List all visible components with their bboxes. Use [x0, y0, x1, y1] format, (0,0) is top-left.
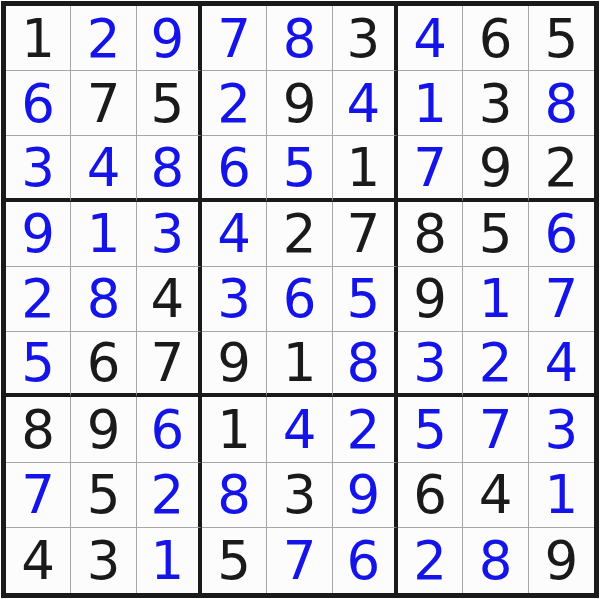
- cell-r3c2[interactable]: 4: [71, 136, 136, 201]
- cell-r9c7[interactable]: 2: [398, 528, 463, 593]
- cell-r9c2[interactable]: 3: [71, 528, 136, 593]
- cell-r1c5[interactable]: 8: [267, 6, 332, 71]
- cell-r5c8[interactable]: 1: [463, 267, 528, 332]
- cell-r3c5[interactable]: 5: [267, 136, 332, 201]
- cell-r5c4[interactable]: 3: [202, 267, 267, 332]
- cell-r5c2[interactable]: 8: [71, 267, 136, 332]
- cell-r4c4[interactable]: 4: [202, 202, 267, 267]
- cell-r2c1[interactable]: 6: [6, 71, 71, 136]
- cell-r6c6[interactable]: 8: [333, 332, 398, 397]
- cell-r9c9[interactable]: 9: [529, 528, 594, 593]
- cell-r7c7[interactable]: 5: [398, 397, 463, 462]
- cell-r5c1[interactable]: 2: [6, 267, 71, 332]
- cell-r2c4[interactable]: 2: [202, 71, 267, 136]
- cell-r2c6[interactable]: 4: [333, 71, 398, 136]
- cell-r4c2[interactable]: 1: [71, 202, 136, 267]
- cell-r3c8[interactable]: 9: [463, 136, 528, 201]
- cell-r2c3[interactable]: 5: [137, 71, 202, 136]
- cell-r7c9[interactable]: 3: [529, 397, 594, 462]
- cell-r4c8[interactable]: 5: [463, 202, 528, 267]
- cell-r7c8[interactable]: 7: [463, 397, 528, 462]
- cell-r8c8[interactable]: 4: [463, 463, 528, 528]
- cell-r4c5[interactable]: 2: [267, 202, 332, 267]
- cell-r3c4[interactable]: 6: [202, 136, 267, 201]
- cell-r6c9[interactable]: 4: [529, 332, 594, 397]
- sudoku-board: 1297834656752941383486517929134278562843…: [1, 1, 599, 598]
- cell-r9c4[interactable]: 5: [202, 528, 267, 593]
- cell-r1c3[interactable]: 9: [137, 6, 202, 71]
- cell-r8c4[interactable]: 8: [202, 463, 267, 528]
- cell-r3c3[interactable]: 8: [137, 136, 202, 201]
- cell-r8c9[interactable]: 1: [529, 463, 594, 528]
- cell-r7c2[interactable]: 9: [71, 397, 136, 462]
- cell-r2c8[interactable]: 3: [463, 71, 528, 136]
- cell-r3c9[interactable]: 2: [529, 136, 594, 201]
- cell-r6c8[interactable]: 2: [463, 332, 528, 397]
- cell-r1c6[interactable]: 3: [333, 6, 398, 71]
- cell-r5c7[interactable]: 9: [398, 267, 463, 332]
- cell-r6c2[interactable]: 6: [71, 332, 136, 397]
- cell-r6c5[interactable]: 1: [267, 332, 332, 397]
- cell-r9c5[interactable]: 7: [267, 528, 332, 593]
- cell-r6c3[interactable]: 7: [137, 332, 202, 397]
- cell-r5c5[interactable]: 6: [267, 267, 332, 332]
- cell-r4c3[interactable]: 3: [137, 202, 202, 267]
- cell-r6c4[interactable]: 9: [202, 332, 267, 397]
- cell-r7c4[interactable]: 1: [202, 397, 267, 462]
- cell-r3c6[interactable]: 1: [333, 136, 398, 201]
- cell-r1c4[interactable]: 7: [202, 6, 267, 71]
- cell-r4c9[interactable]: 6: [529, 202, 594, 267]
- cell-r2c2[interactable]: 7: [71, 71, 136, 136]
- cell-r1c9[interactable]: 5: [529, 6, 594, 71]
- cell-r5c6[interactable]: 5: [333, 267, 398, 332]
- cell-r8c6[interactable]: 9: [333, 463, 398, 528]
- cell-r8c2[interactable]: 5: [71, 463, 136, 528]
- cell-r6c1[interactable]: 5: [6, 332, 71, 397]
- cell-r4c7[interactable]: 8: [398, 202, 463, 267]
- cell-r6c7[interactable]: 3: [398, 332, 463, 397]
- cell-r8c5[interactable]: 3: [267, 463, 332, 528]
- cell-r5c3[interactable]: 4: [137, 267, 202, 332]
- cell-r9c8[interactable]: 8: [463, 528, 528, 593]
- cell-r4c6[interactable]: 7: [333, 202, 398, 267]
- cell-r8c7[interactable]: 6: [398, 463, 463, 528]
- cell-r9c6[interactable]: 6: [333, 528, 398, 593]
- cell-r9c3[interactable]: 1: [137, 528, 202, 593]
- cell-r1c1[interactable]: 1: [6, 6, 71, 71]
- cell-r1c8[interactable]: 6: [463, 6, 528, 71]
- cell-r7c6[interactable]: 2: [333, 397, 398, 462]
- cell-r7c5[interactable]: 4: [267, 397, 332, 462]
- cell-r3c1[interactable]: 3: [6, 136, 71, 201]
- cell-r4c1[interactable]: 9: [6, 202, 71, 267]
- cell-r3c7[interactable]: 7: [398, 136, 463, 201]
- cell-r2c5[interactable]: 9: [267, 71, 332, 136]
- cell-r1c7[interactable]: 4: [398, 6, 463, 71]
- cell-r2c7[interactable]: 1: [398, 71, 463, 136]
- cell-r5c9[interactable]: 7: [529, 267, 594, 332]
- cell-r9c1[interactable]: 4: [6, 528, 71, 593]
- cell-r8c3[interactable]: 2: [137, 463, 202, 528]
- cell-r2c9[interactable]: 8: [529, 71, 594, 136]
- cell-r7c3[interactable]: 6: [137, 397, 202, 462]
- cell-r1c2[interactable]: 2: [71, 6, 136, 71]
- cell-r7c1[interactable]: 8: [6, 397, 71, 462]
- cell-r8c1[interactable]: 7: [6, 463, 71, 528]
